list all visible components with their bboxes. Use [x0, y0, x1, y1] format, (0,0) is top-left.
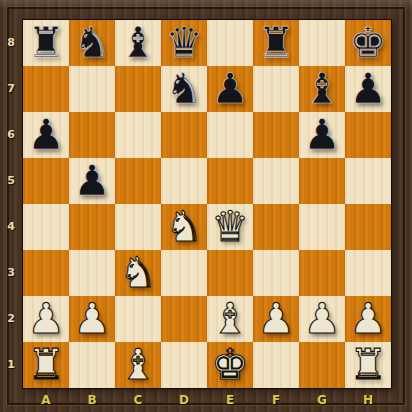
rank-label-7: 7 — [0, 65, 22, 111]
piece-white-pawn: ♟ — [257, 296, 295, 342]
rank-label-4: 4 — [0, 203, 22, 249]
square-a4[interactable] — [23, 204, 69, 250]
square-d8[interactable]: ♛ — [161, 20, 207, 66]
square-b8[interactable]: ♞ — [69, 20, 115, 66]
square-e4[interactable]: ♛ — [207, 204, 253, 250]
square-f7[interactable] — [253, 66, 299, 112]
piece-white-knight: ♞ — [119, 250, 157, 296]
square-h3[interactable] — [345, 250, 391, 296]
file-label-d: D — [161, 390, 207, 410]
rank-label-5: 5 — [0, 157, 22, 203]
piece-white-pawn: ♟ — [303, 296, 341, 342]
square-e6[interactable] — [207, 112, 253, 158]
square-f1[interactable] — [253, 342, 299, 388]
piece-white-king: ♚ — [211, 342, 249, 388]
chess-app-window: { "game": "chess", "position": { "fen": … — [0, 0, 412, 412]
rank-label-3: 3 — [0, 249, 22, 295]
piece-white-bishop: ♝ — [119, 342, 157, 388]
square-b2[interactable]: ♟ — [69, 296, 115, 342]
square-h2[interactable]: ♟ — [345, 296, 391, 342]
square-g2[interactable]: ♟ — [299, 296, 345, 342]
square-c1[interactable]: ♝ — [115, 342, 161, 388]
piece-black-rook: ♜ — [257, 20, 295, 66]
square-f8[interactable]: ♜ — [253, 20, 299, 66]
square-e8[interactable] — [207, 20, 253, 66]
square-a2[interactable]: ♟ — [23, 296, 69, 342]
piece-white-rook: ♜ — [349, 342, 387, 388]
piece-black-pawn: ♟ — [27, 112, 65, 158]
square-c8[interactable]: ♝ — [115, 20, 161, 66]
square-e2[interactable]: ♝ — [207, 296, 253, 342]
piece-black-pawn: ♟ — [211, 66, 249, 112]
file-label-h: H — [345, 390, 391, 410]
piece-black-bishop: ♝ — [303, 66, 341, 112]
square-g4[interactable] — [299, 204, 345, 250]
square-c5[interactable] — [115, 158, 161, 204]
file-label-b: B — [69, 390, 115, 410]
square-g6[interactable]: ♟ — [299, 112, 345, 158]
square-d6[interactable] — [161, 112, 207, 158]
board: ♜♞♝♛♜♚♞♟♝♟♟♟♟♞♛♞♟♟♝♟♟♟♜♝♚♜ — [22, 19, 392, 389]
square-d7[interactable]: ♞ — [161, 66, 207, 112]
rank-label-1: 1 — [0, 341, 22, 387]
square-b7[interactable] — [69, 66, 115, 112]
rank-label-8: 8 — [0, 19, 22, 65]
square-c4[interactable] — [115, 204, 161, 250]
square-a1[interactable]: ♜ — [23, 342, 69, 388]
square-c2[interactable] — [115, 296, 161, 342]
square-g3[interactable] — [299, 250, 345, 296]
square-e1[interactable]: ♚ — [207, 342, 253, 388]
square-a5[interactable] — [23, 158, 69, 204]
square-f4[interactable] — [253, 204, 299, 250]
piece-black-pawn: ♟ — [73, 158, 111, 204]
square-h1[interactable]: ♜ — [345, 342, 391, 388]
square-g1[interactable] — [299, 342, 345, 388]
square-g5[interactable] — [299, 158, 345, 204]
piece-black-king: ♚ — [349, 20, 387, 66]
square-h5[interactable] — [345, 158, 391, 204]
file-label-c: C — [115, 390, 161, 410]
square-d1[interactable] — [161, 342, 207, 388]
rank-label-2: 2 — [0, 295, 22, 341]
square-e5[interactable] — [207, 158, 253, 204]
square-d4[interactable]: ♞ — [161, 204, 207, 250]
square-e3[interactable] — [207, 250, 253, 296]
piece-black-bishop: ♝ — [119, 20, 157, 66]
square-b1[interactable] — [69, 342, 115, 388]
square-h6[interactable] — [345, 112, 391, 158]
square-c3[interactable]: ♞ — [115, 250, 161, 296]
square-g7[interactable]: ♝ — [299, 66, 345, 112]
piece-black-queen: ♛ — [165, 20, 203, 66]
square-a7[interactable] — [23, 66, 69, 112]
square-c6[interactable] — [115, 112, 161, 158]
piece-white-queen: ♛ — [211, 204, 249, 250]
square-b3[interactable] — [69, 250, 115, 296]
square-a6[interactable]: ♟ — [23, 112, 69, 158]
file-label-a: A — [23, 390, 69, 410]
piece-white-pawn: ♟ — [73, 296, 111, 342]
rank-label-6: 6 — [0, 111, 22, 157]
piece-black-knight: ♞ — [165, 66, 203, 112]
square-d5[interactable] — [161, 158, 207, 204]
file-labels: ABCDEFGH — [23, 390, 391, 410]
piece-white-bishop: ♝ — [211, 296, 249, 342]
piece-black-knight: ♞ — [73, 20, 111, 66]
square-f2[interactable]: ♟ — [253, 296, 299, 342]
square-h8[interactable]: ♚ — [345, 20, 391, 66]
square-h7[interactable]: ♟ — [345, 66, 391, 112]
square-d2[interactable] — [161, 296, 207, 342]
piece-white-rook: ♜ — [27, 342, 65, 388]
file-label-f: F — [253, 390, 299, 410]
file-label-g: G — [299, 390, 345, 410]
piece-black-rook: ♜ — [27, 20, 65, 66]
piece-black-pawn: ♟ — [349, 66, 387, 112]
square-c7[interactable] — [115, 66, 161, 112]
square-h4[interactable] — [345, 204, 391, 250]
square-g8[interactable] — [299, 20, 345, 66]
piece-white-knight: ♞ — [165, 204, 203, 250]
piece-black-pawn: ♟ — [303, 112, 341, 158]
square-f5[interactable] — [253, 158, 299, 204]
file-label-e: E — [207, 390, 253, 410]
piece-white-pawn: ♟ — [27, 296, 65, 342]
square-f3[interactable] — [253, 250, 299, 296]
square-a8[interactable]: ♜ — [23, 20, 69, 66]
square-b4[interactable] — [69, 204, 115, 250]
square-b5[interactable]: ♟ — [69, 158, 115, 204]
piece-white-pawn: ♟ — [349, 296, 387, 342]
square-d3[interactable] — [161, 250, 207, 296]
square-f6[interactable] — [253, 112, 299, 158]
rank-labels: 87654321 — [0, 19, 22, 387]
square-b6[interactable] — [69, 112, 115, 158]
square-a3[interactable] — [23, 250, 69, 296]
square-e7[interactable]: ♟ — [207, 66, 253, 112]
